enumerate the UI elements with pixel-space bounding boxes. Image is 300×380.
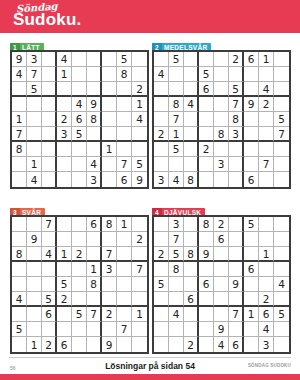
g3-cell-r9c8	[117, 337, 132, 352]
g3-cell-r7c3: 6	[42, 307, 57, 322]
g1-cell-r5c1: 1	[12, 112, 27, 127]
g1-cell-r5c3	[42, 112, 57, 127]
g4-cell-r7c1	[154, 307, 169, 322]
g1-cell-r6c5: 5	[72, 127, 87, 142]
g1-cell-r9c8: 6	[117, 172, 132, 187]
g4-cell-r5c4: 6	[199, 277, 214, 292]
g4-cell-r3c1: 2	[154, 247, 169, 262]
g4-cell-r7c9: 5	[274, 307, 289, 322]
g3-cell-r1c8: 1	[117, 217, 132, 232]
g2-cell-r2c6	[229, 67, 244, 82]
g1-cell-r9c2: 4	[27, 172, 42, 187]
g2-cell-r8c8: 7	[259, 157, 274, 172]
g2-cell-r4c5	[214, 97, 229, 112]
g2-cell-r8c4	[199, 157, 214, 172]
g1-cell-r1c1: 9	[12, 52, 27, 67]
g1-cell-r3c9: 2	[132, 82, 147, 97]
g4-cell-r2c6	[229, 232, 244, 247]
g4-cell-r4c2: 8	[169, 262, 184, 277]
g4-cell-r6c4	[199, 292, 214, 307]
g1-cell-r4c6: 9	[87, 97, 102, 112]
g2-cell-r9c7: 6	[244, 172, 259, 187]
sudoku-grid-4: 382576258918656946247165942463	[152, 215, 291, 354]
g1-cell-r2c8: 8	[117, 67, 132, 82]
g2-cell-r1c6: 2	[229, 52, 244, 67]
g2-cell-r9c9	[274, 172, 289, 187]
g2-cell-r5c2: 7	[169, 112, 184, 127]
g1-cell-r3c5	[72, 82, 87, 97]
g4-cell-r7c2: 4	[169, 307, 184, 322]
g2-cell-r8c6	[229, 157, 244, 172]
g1-cell-r6c2	[27, 127, 42, 142]
g3-cell-r9c2: 1	[27, 337, 42, 352]
g1-cell-r5c8	[117, 112, 132, 127]
g3-cell-r8c4	[57, 322, 72, 337]
g1-cell-r7c3	[42, 142, 57, 157]
g4-cell-r2c5: 6	[214, 232, 229, 247]
g3-cell-r8c2	[27, 322, 42, 337]
g4-cell-r3c5	[214, 247, 229, 262]
g3-cell-r4c3	[42, 262, 57, 277]
g2-cell-r9c8	[259, 172, 274, 187]
g4-cell-r2c8	[259, 232, 274, 247]
g4-cell-r3c8: 1	[259, 247, 274, 262]
g3-cell-r3c8	[117, 247, 132, 262]
g1-cell-r6c4: 3	[57, 127, 72, 142]
g4-cell-r1c3	[184, 217, 199, 232]
g3-cell-r7c2	[27, 307, 42, 322]
g4-cell-r7c3	[184, 307, 199, 322]
g3-cell-r3c7: 7	[102, 247, 117, 262]
g1-cell-r2c9	[132, 67, 147, 82]
g1-cell-r2c4: 1	[57, 67, 72, 82]
g1-cell-r3c6	[87, 82, 102, 97]
bottom-color-bar	[0, 374, 300, 380]
g1-cell-r5c9: 4	[132, 112, 147, 127]
g4-cell-r8c7	[244, 322, 259, 337]
g1-cell-r9c3	[42, 172, 57, 187]
g2-cell-r9c1: 3	[154, 172, 169, 187]
puzzle-1-latt: 1 LÄTT 9345471852491126847358114754369	[10, 36, 150, 191]
g4-cell-r6c5	[214, 292, 229, 307]
g1-cell-r3c7	[102, 82, 117, 97]
g4-cell-r1c7: 5	[244, 217, 259, 232]
g3-cell-r1c1	[12, 217, 27, 232]
g2-cell-r3c8: 4	[259, 82, 274, 97]
g3-cell-r2c3	[42, 232, 57, 247]
g4-cell-r5c3	[184, 277, 199, 292]
g3-cell-r7c7: 2	[102, 307, 117, 322]
g1-cell-r4c8	[117, 97, 132, 112]
g4-cell-r2c7	[244, 232, 259, 247]
g4-cell-r4c8	[259, 262, 274, 277]
g3-cell-r4c2	[27, 262, 42, 277]
g1-cell-r3c8	[117, 82, 132, 97]
g3-cell-r8c5	[72, 322, 87, 337]
g4-cell-r5c6: 9	[229, 277, 244, 292]
g2-cell-r6c8	[259, 127, 274, 142]
g4-cell-r5c7	[244, 277, 259, 292]
g3-cell-r4c9: 7	[132, 262, 147, 277]
g1-cell-r8c6: 4	[87, 157, 102, 172]
g3-cell-r1c7: 8	[102, 217, 117, 232]
g4-cell-r2c3	[184, 232, 199, 247]
g2-cell-r7c3	[184, 142, 199, 157]
g3-cell-r5c7	[102, 277, 117, 292]
g2-cell-r1c1	[154, 52, 169, 67]
g4-cell-r7c7: 1	[244, 307, 259, 322]
g3-cell-r7c6: 7	[87, 307, 102, 322]
g3-cell-r9c5	[72, 337, 87, 352]
g2-cell-r9c5	[214, 172, 229, 187]
g4-cell-r4c6	[229, 262, 244, 277]
g2-cell-r2c9	[274, 67, 289, 82]
g2-cell-r6c7	[244, 127, 259, 142]
g2-cell-r5c6: 8	[229, 112, 244, 127]
puzzle-3-svar: 3 SVÅR 768192841271375845265721571269	[10, 201, 150, 356]
g3-cell-r5c9	[132, 277, 147, 292]
g2-cell-r9c4	[199, 172, 214, 187]
g1-cell-r8c2: 1	[27, 157, 42, 172]
g2-cell-r7c5	[214, 142, 229, 157]
g3-cell-r2c6	[87, 232, 102, 247]
g4-cell-r5c1: 5	[154, 277, 169, 292]
g3-cell-r2c8	[117, 232, 132, 247]
g4-cell-r9c4	[199, 337, 214, 352]
g3-cell-r4c5	[72, 262, 87, 277]
logo-main-text: Sudoku.	[13, 10, 81, 30]
g1-cell-r1c5	[72, 52, 87, 67]
g1-cell-r2c6	[87, 67, 102, 82]
g3-cell-r2c2: 9	[27, 232, 42, 247]
g2-cell-r8c7	[244, 157, 259, 172]
g1-cell-r7c5	[72, 142, 87, 157]
g4-cell-r3c4: 9	[199, 247, 214, 262]
g4-cell-r9c6: 6	[229, 337, 244, 352]
g1-cell-r4c2	[27, 97, 42, 112]
g2-cell-r2c8	[259, 67, 274, 82]
g3-cell-r5c1	[12, 277, 27, 292]
g2-cell-r3c3	[184, 82, 199, 97]
g2-cell-r6c9: 7	[274, 127, 289, 142]
g1-cell-r4c3	[42, 97, 57, 112]
g2-cell-r1c7: 6	[244, 52, 259, 67]
g3-cell-r7c5: 5	[72, 307, 87, 322]
g3-cell-r6c9	[132, 292, 147, 307]
g3-cell-r2c7	[102, 232, 117, 247]
g1-cell-r3c1	[12, 82, 27, 97]
g2-cell-r5c8	[259, 112, 274, 127]
g4-cell-r2c2: 7	[169, 232, 184, 247]
g3-cell-r1c2	[27, 217, 42, 232]
g2-cell-r3c5	[214, 82, 229, 97]
g2-cell-r5c9: 5	[274, 112, 289, 127]
g1-cell-r6c1: 7	[12, 127, 27, 142]
g1-cell-r3c4	[57, 82, 72, 97]
g4-cell-r5c2	[169, 277, 184, 292]
g2-cell-r6c5: 8	[214, 127, 229, 142]
g3-cell-r9c6	[87, 337, 102, 352]
g3-cell-r2c1	[12, 232, 27, 247]
g4-cell-r1c6	[229, 217, 244, 232]
g2-cell-r4c1	[154, 97, 169, 112]
g2-cell-r4c6: 7	[229, 97, 244, 112]
g3-cell-r8c1: 5	[12, 322, 27, 337]
g3-cell-r4c1	[12, 262, 27, 277]
g3-cell-r1c3: 7	[42, 217, 57, 232]
g4-cell-r6c3: 6	[184, 292, 199, 307]
g2-cell-r8c3	[184, 157, 199, 172]
g1-cell-r4c5: 4	[72, 97, 87, 112]
sudoku-grid-2: 526145654847927852183752373486	[152, 50, 291, 189]
g3-cell-r7c8	[117, 307, 132, 322]
g2-cell-r1c2: 5	[169, 52, 184, 67]
g2-cell-r1c3	[184, 52, 199, 67]
g2-cell-r2c5	[214, 67, 229, 82]
g1-cell-r7c1: 8	[12, 142, 27, 157]
g3-cell-r4c6: 1	[87, 262, 102, 277]
g1-cell-r9c4	[57, 172, 72, 187]
g3-cell-r1c4	[57, 217, 72, 232]
g1-cell-r7c6	[87, 142, 102, 157]
g3-cell-r6c8	[117, 292, 132, 307]
g4-cell-r9c3: 2	[184, 337, 199, 352]
g4-cell-r4c3	[184, 262, 199, 277]
puzzle-4-djavulsk: 4 DJÄVULSK 38257625891865694624716594246…	[152, 201, 292, 356]
g3-cell-r7c4	[57, 307, 72, 322]
g1-cell-r7c4	[57, 142, 72, 157]
g3-cell-r9c9	[132, 337, 147, 352]
g4-cell-r9c8: 3	[259, 337, 274, 352]
g1-cell-r5c7	[102, 112, 117, 127]
g3-cell-r6c5	[72, 292, 87, 307]
g2-cell-r6c1: 2	[154, 127, 169, 142]
g3-cell-r6c6	[87, 292, 102, 307]
g1-cell-r3c3	[42, 82, 57, 97]
g1-cell-r2c3	[42, 67, 57, 82]
g4-cell-r7c4	[199, 307, 214, 322]
g4-cell-r4c5	[214, 262, 229, 277]
g3-cell-r2c4	[57, 232, 72, 247]
g4-cell-r3c2: 5	[169, 247, 184, 262]
g1-cell-r6c8	[117, 127, 132, 142]
g3-cell-r6c7	[102, 292, 117, 307]
g4-cell-r9c5: 4	[214, 337, 229, 352]
g1-cell-r5c4: 2	[57, 112, 72, 127]
g3-cell-r8c3	[42, 322, 57, 337]
g4-cell-r1c1	[154, 217, 169, 232]
g4-cell-r4c7: 6	[244, 262, 259, 277]
g3-cell-r8c8: 7	[117, 322, 132, 337]
g3-cell-r5c8	[117, 277, 132, 292]
g4-cell-r6c2	[169, 292, 184, 307]
g4-cell-r8c4	[199, 322, 214, 337]
g1-cell-r9c7	[102, 172, 117, 187]
g1-cell-r9c5	[72, 172, 87, 187]
g2-cell-r6c4	[199, 127, 214, 142]
g3-cell-r8c7	[102, 322, 117, 337]
g2-cell-r4c9	[274, 97, 289, 112]
g2-cell-r5c4	[199, 112, 214, 127]
g4-cell-r9c7	[244, 337, 259, 352]
g1-cell-r8c3	[42, 157, 57, 172]
g4-cell-r3c6	[229, 247, 244, 262]
masthead-banner: Söndag Sudoku.	[0, 0, 300, 33]
g3-cell-r2c5	[72, 232, 87, 247]
g4-cell-r6c6	[229, 292, 244, 307]
footer-credit: SÖNDAG SUDOKU	[248, 363, 291, 368]
g3-cell-r5c6: 8	[87, 277, 102, 292]
g3-cell-r4c7: 3	[102, 262, 117, 277]
g3-cell-r3c4: 1	[57, 247, 72, 262]
g1-cell-r1c8: 5	[117, 52, 132, 67]
g1-cell-r8c5	[72, 157, 87, 172]
g2-cell-r8c9	[274, 157, 289, 172]
g2-cell-r1c4	[199, 52, 214, 67]
g4-cell-r2c9	[274, 232, 289, 247]
g4-cell-r7c8: 6	[259, 307, 274, 322]
g3-cell-r9c3: 2	[42, 337, 57, 352]
g1-cell-r7c9	[132, 142, 147, 157]
g3-cell-r3c9	[132, 247, 147, 262]
g4-cell-r8c3	[184, 322, 199, 337]
g4-cell-r1c5: 2	[214, 217, 229, 232]
g2-cell-r3c9	[274, 82, 289, 97]
g3-cell-r1c5	[72, 217, 87, 232]
g4-cell-r1c8	[259, 217, 274, 232]
g4-cell-r9c9	[274, 337, 289, 352]
g4-cell-r5c5	[214, 277, 229, 292]
g1-cell-r8c1	[12, 157, 27, 172]
g3-cell-r5c2	[27, 277, 42, 292]
g2-cell-r3c7	[244, 82, 259, 97]
g2-cell-r1c8: 1	[259, 52, 274, 67]
g3-cell-r8c6	[87, 322, 102, 337]
g2-cell-r7c2: 5	[169, 142, 184, 157]
g3-cell-r8c9	[132, 322, 147, 337]
g2-cell-r5c5	[214, 112, 229, 127]
g4-cell-r4c9	[274, 262, 289, 277]
g2-cell-r2c7	[244, 67, 259, 82]
g4-cell-r1c2: 3	[169, 217, 184, 232]
g2-cell-r2c3	[184, 67, 199, 82]
g1-cell-r1c7	[102, 52, 117, 67]
g2-cell-r4c3: 4	[184, 97, 199, 112]
g2-cell-r5c3	[184, 112, 199, 127]
g1-cell-r2c7	[102, 67, 117, 82]
g2-cell-r6c3	[184, 127, 199, 142]
g2-cell-r2c4: 5	[199, 67, 214, 82]
g1-cell-r8c4	[57, 157, 72, 172]
g4-cell-r1c4: 8	[199, 217, 214, 232]
g2-cell-r4c7: 9	[244, 97, 259, 112]
g4-cell-r4c1	[154, 262, 169, 277]
g2-cell-r5c7	[244, 112, 259, 127]
g3-cell-r1c6: 6	[87, 217, 102, 232]
g2-cell-r7c4: 2	[199, 142, 214, 157]
g3-cell-r1c9	[132, 217, 147, 232]
g1-cell-r4c7	[102, 97, 117, 112]
g1-cell-r8c7	[102, 157, 117, 172]
g3-cell-r6c3: 5	[42, 292, 57, 307]
g1-cell-r2c5	[72, 67, 87, 82]
g1-cell-r1c2: 3	[27, 52, 42, 67]
g1-cell-r2c2: 7	[27, 67, 42, 82]
g1-cell-r6c7	[102, 127, 117, 142]
g2-cell-r3c6: 5	[229, 82, 244, 97]
g4-cell-r6c1	[154, 292, 169, 307]
g2-cell-r7c6	[229, 142, 244, 157]
g1-cell-r5c5: 6	[72, 112, 87, 127]
g4-cell-r8c1	[154, 322, 169, 337]
g1-cell-r9c6: 3	[87, 172, 102, 187]
g1-cell-r7c2	[27, 142, 42, 157]
g2-cell-r4c2: 8	[169, 97, 184, 112]
g4-cell-r1c9	[274, 217, 289, 232]
g3-cell-r2c9: 2	[132, 232, 147, 247]
g2-cell-r4c4	[199, 97, 214, 112]
g2-cell-r2c2	[169, 67, 184, 82]
g2-cell-r6c2: 1	[169, 127, 184, 142]
g4-cell-r8c5: 9	[214, 322, 229, 337]
sudoku-grid-1: 9345471852491126847358114754369	[10, 50, 149, 189]
g2-cell-r9c3: 8	[184, 172, 199, 187]
g3-cell-r3c1: 8	[12, 247, 27, 262]
g2-cell-r8c5: 3	[214, 157, 229, 172]
g4-cell-r9c2	[169, 337, 184, 352]
g4-cell-r8c9	[274, 322, 289, 337]
g4-cell-r8c6	[229, 322, 244, 337]
g4-cell-r5c9: 4	[274, 277, 289, 292]
g4-cell-r6c8: 2	[259, 292, 274, 307]
g4-cell-r9c1	[154, 337, 169, 352]
g1-cell-r6c6	[87, 127, 102, 142]
g1-cell-r9c1	[12, 172, 27, 187]
g3-cell-r6c2	[27, 292, 42, 307]
g1-cell-r3c2: 5	[27, 82, 42, 97]
g1-cell-r4c1	[12, 97, 27, 112]
puzzle-2-medelsvar: 2 MEDELSVÅR 5261456548479278521837523734…	[152, 36, 292, 191]
g1-cell-r1c9	[132, 52, 147, 67]
g3-cell-r9c1	[12, 337, 27, 352]
g1-cell-r6c3	[42, 127, 57, 142]
g2-cell-r1c9	[274, 52, 289, 67]
g4-cell-r7c6: 7	[229, 307, 244, 322]
g3-cell-r4c8	[117, 262, 132, 277]
g2-cell-r8c2	[169, 157, 184, 172]
g2-cell-r3c4: 6	[199, 82, 214, 97]
g2-cell-r7c8	[259, 142, 274, 157]
g1-cell-r1c6	[87, 52, 102, 67]
sudoku-grid-3: 768192841271375845265721571269	[10, 215, 149, 354]
g2-cell-r2c1: 4	[154, 67, 169, 82]
g2-cell-r8c1	[154, 157, 169, 172]
g1-cell-r5c2	[27, 112, 42, 127]
g3-cell-r5c3	[42, 277, 57, 292]
g2-cell-r7c9	[274, 142, 289, 157]
g1-cell-r4c4	[57, 97, 72, 112]
g4-cell-r6c7	[244, 292, 259, 307]
g4-cell-r2c4	[199, 232, 214, 247]
g4-cell-r3c9	[274, 247, 289, 262]
g1-cell-r9c9: 9	[132, 172, 147, 187]
g4-cell-r8c8: 4	[259, 322, 274, 337]
g3-cell-r3c5: 2	[72, 247, 87, 262]
g1-cell-r4c9: 1	[132, 97, 147, 112]
g3-cell-r5c4: 5	[57, 277, 72, 292]
g2-cell-r3c1	[154, 82, 169, 97]
g1-cell-r1c3	[42, 52, 57, 67]
